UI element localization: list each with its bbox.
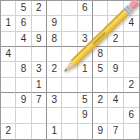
cell-r2c5[interactable] [62,16,77,31]
cell-r1c6[interactable]: 6 [78,1,93,16]
cell-r2c4[interactable]: 9 [47,16,62,31]
cell-r9c6[interactable] [78,124,93,139]
cell-r7c1[interactable] [1,93,16,108]
cell-r4c4[interactable] [47,47,62,62]
cell-r9c4[interactable]: 1 [47,124,62,139]
cell-r7c6[interactable]: 5 [78,93,93,108]
sudoku-board: 5261694498324883215912973524962197 [0,0,140,140]
cell-r4c3[interactable] [32,47,47,62]
cell-r9c2[interactable] [16,124,31,139]
cell-r4c5[interactable] [62,47,77,62]
cell-r6c4[interactable] [47,78,62,93]
cell-r4c1[interactable]: 4 [1,47,16,62]
cell-r9c1[interactable]: 2 [1,124,16,139]
cell-r9c8[interactable]: 7 [108,124,123,139]
cell-r8c8[interactable] [108,108,123,123]
cell-r3c9[interactable] [124,32,139,47]
cell-r5c9[interactable] [124,62,139,77]
cell-r4c8[interactable] [108,47,123,62]
cell-r1c7[interactable] [93,1,108,16]
cell-r5c7[interactable]: 5 [93,62,108,77]
cell-r7c2[interactable]: 9 [16,93,31,108]
cell-r3c1[interactable] [1,32,16,47]
cell-r5c1[interactable] [1,62,16,77]
cell-r1c3[interactable]: 2 [32,1,47,16]
cell-r6c7[interactable] [93,78,108,93]
cell-r9c7[interactable]: 9 [93,124,108,139]
cell-r2c8[interactable] [108,16,123,31]
cell-r4c6[interactable] [78,47,93,62]
cell-r3c8[interactable]: 2 [108,32,123,47]
cell-r4c9[interactable] [124,47,139,62]
cell-r7c7[interactable]: 2 [93,93,108,108]
cell-r8c9[interactable]: 6 [124,108,139,123]
cell-r6c2[interactable] [16,78,31,93]
cell-r3c6[interactable]: 3 [78,32,93,47]
cell-r3c5[interactable] [62,32,77,47]
cell-r7c9[interactable] [124,93,139,108]
cell-r5c5[interactable] [62,62,77,77]
cell-r9c3[interactable] [32,124,47,139]
cell-r5c2[interactable]: 8 [16,62,31,77]
cell-r5c4[interactable]: 2 [47,62,62,77]
cell-r3c3[interactable]: 9 [32,32,47,47]
cell-r1c9[interactable] [124,1,139,16]
cell-r9c5[interactable] [62,124,77,139]
cell-r1c1[interactable] [1,1,16,16]
cell-r5c3[interactable]: 3 [32,62,47,77]
cell-r8c6[interactable]: 9 [78,108,93,123]
cell-r2c7[interactable] [93,16,108,31]
cell-r8c7[interactable] [93,108,108,123]
cell-r2c2[interactable]: 6 [16,16,31,31]
cell-r4c2[interactable] [16,47,31,62]
cell-r2c6[interactable] [78,16,93,31]
cell-r7c5[interactable] [62,93,77,108]
cell-r8c1[interactable] [1,108,16,123]
cell-r6c1[interactable] [1,78,16,93]
cell-r6c6[interactable] [78,78,93,93]
cell-r6c3[interactable]: 1 [32,78,47,93]
cell-r8c4[interactable] [47,108,62,123]
cell-r7c4[interactable]: 3 [47,93,62,108]
cell-r3c4[interactable]: 8 [47,32,62,47]
cell-r4c7[interactable]: 8 [93,47,108,62]
sudoku-screenshot: 5261694498324883215912973524962197 [0,0,140,140]
cell-r1c4[interactable] [47,1,62,16]
cell-r1c5[interactable] [62,1,77,16]
cell-r9c9[interactable] [124,124,139,139]
cell-r5c6[interactable]: 1 [78,62,93,77]
cell-r3c7[interactable] [93,32,108,47]
cell-r2c9[interactable]: 4 [124,16,139,31]
cell-r8c2[interactable] [16,108,31,123]
cell-r8c3[interactable] [32,108,47,123]
cell-r3c2[interactable]: 4 [16,32,31,47]
cell-r6c8[interactable] [108,78,123,93]
cell-r7c3[interactable]: 7 [32,93,47,108]
cell-r1c8[interactable] [108,1,123,16]
cell-r7c8[interactable]: 4 [108,93,123,108]
cell-r6c9[interactable]: 2 [124,78,139,93]
cell-r5c8[interactable]: 9 [108,62,123,77]
cell-r1c2[interactable]: 5 [16,1,31,16]
cell-r6c5[interactable] [62,78,77,93]
cell-r2c3[interactable] [32,16,47,31]
cell-r8c5[interactable] [62,108,77,123]
cell-r2c1[interactable]: 1 [1,16,16,31]
